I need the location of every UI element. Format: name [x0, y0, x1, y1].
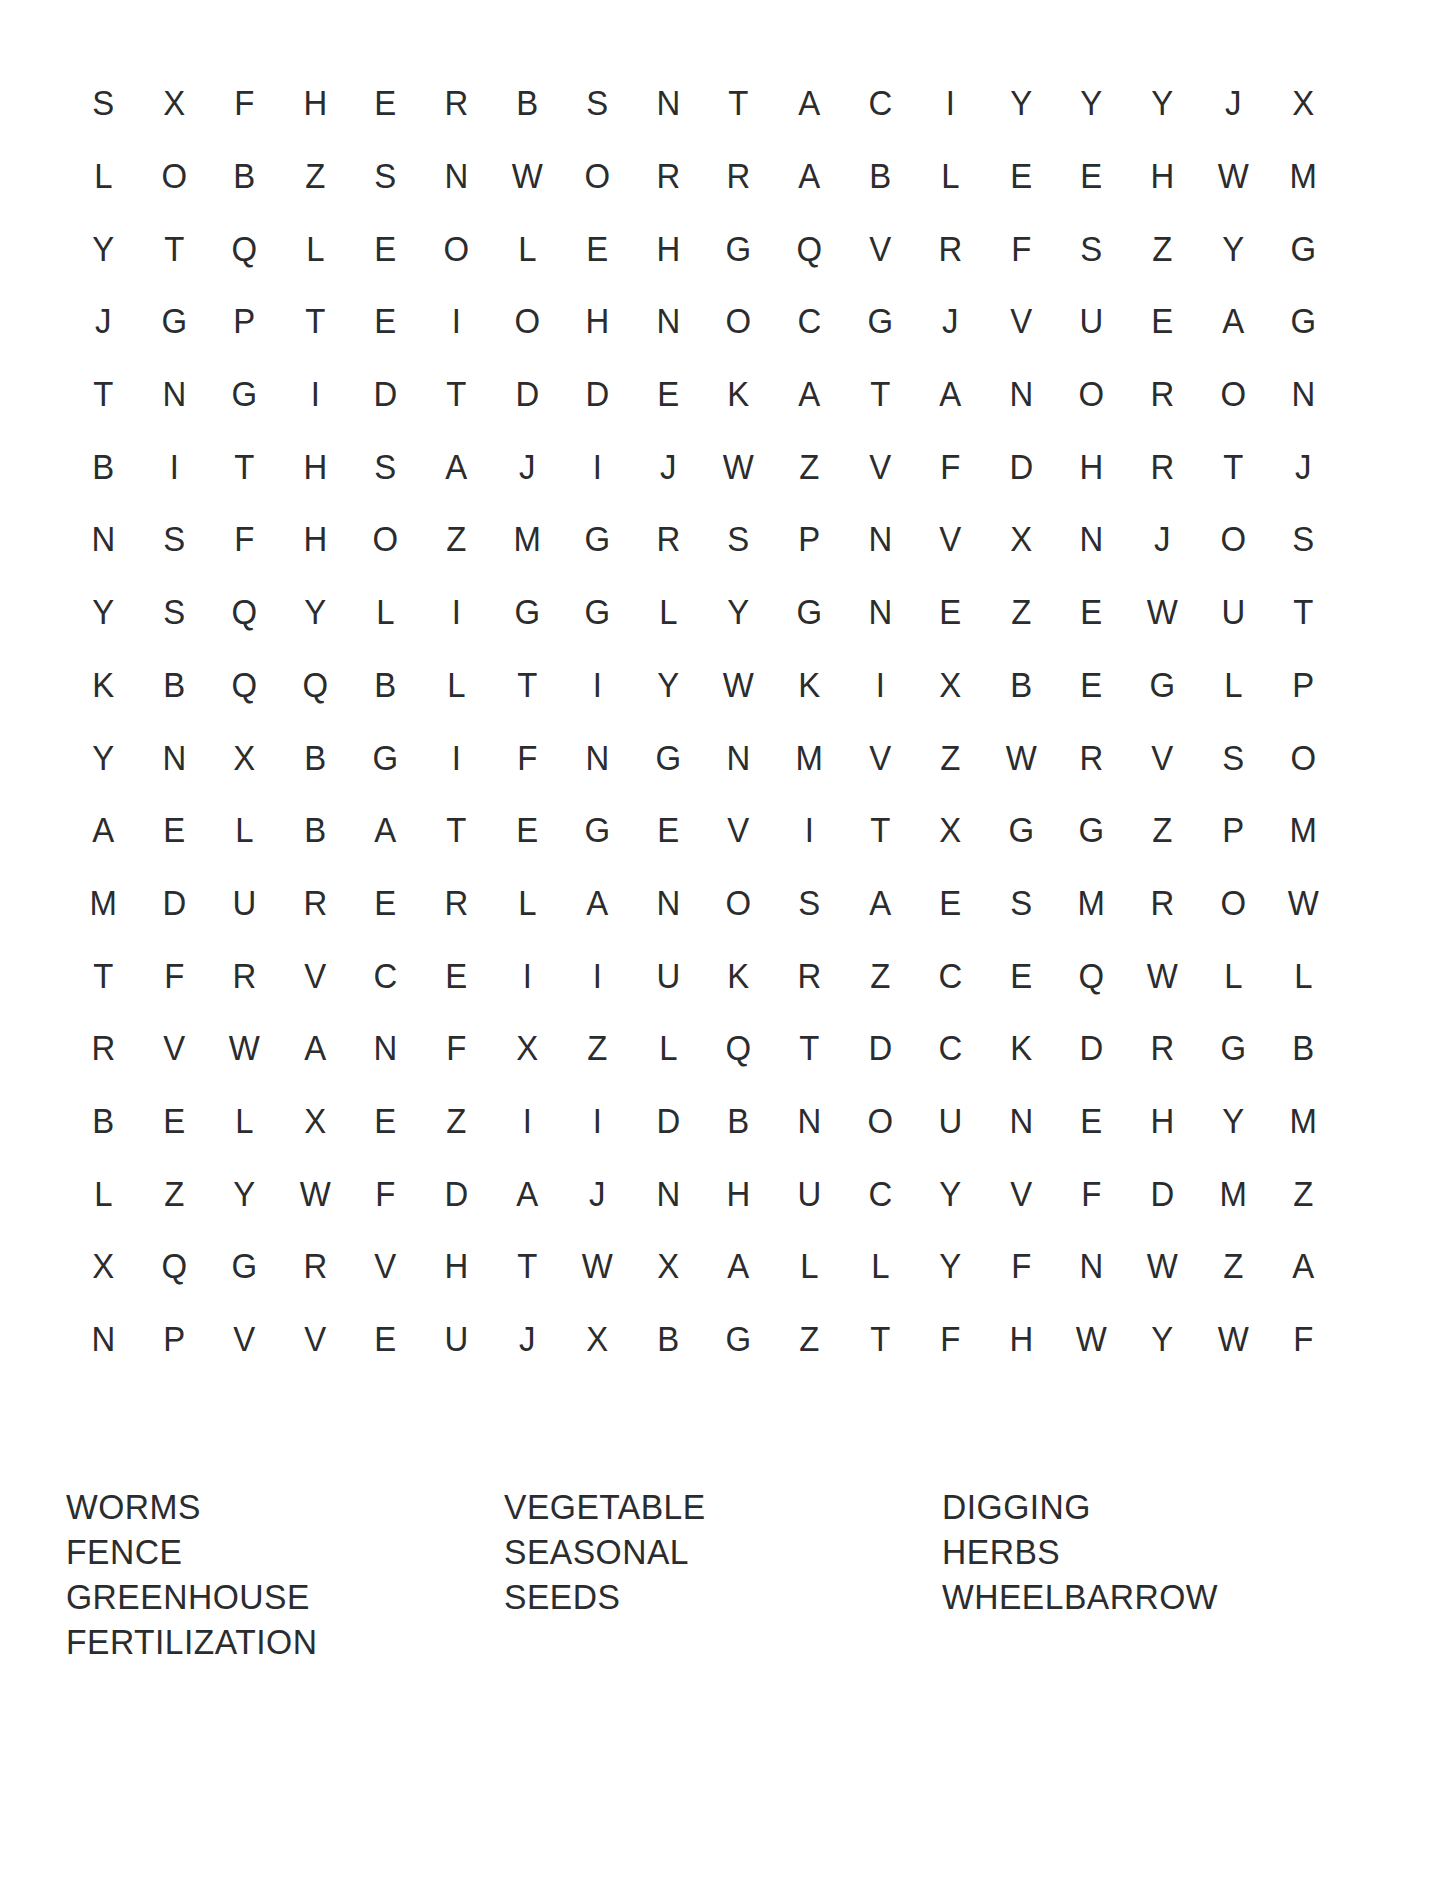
grid-cell[interactable]: T [1200, 430, 1266, 503]
grid-cell[interactable]: N [1058, 503, 1124, 576]
grid-cell[interactable]: O [705, 285, 771, 358]
grid-cell[interactable]: E [352, 212, 418, 285]
grid-cell[interactable]: J [70, 285, 136, 358]
grid-cell[interactable]: B [635, 1303, 701, 1376]
grid-cell[interactable]: T [141, 212, 207, 285]
grid-cell[interactable]: U [211, 867, 277, 940]
grid-cell[interactable]: V [847, 721, 913, 794]
grid-cell[interactable]: L [494, 867, 560, 940]
grid-cell[interactable]: O [1200, 867, 1266, 940]
grid-cell[interactable]: Z [1129, 794, 1195, 867]
grid-cell[interactable]: S [988, 867, 1054, 940]
grid-cell[interactable]: Y [1129, 1303, 1195, 1376]
grid-cell[interactable]: T [847, 358, 913, 431]
grid-cell[interactable]: M [1270, 794, 1336, 867]
grid-cell[interactable]: E [1129, 285, 1195, 358]
grid-cell[interactable]: S [352, 140, 418, 213]
grid-cell[interactable]: V [988, 1157, 1054, 1230]
grid-cell[interactable]: T [70, 939, 136, 1012]
grid-cell[interactable]: D [1129, 1157, 1195, 1230]
grid-cell[interactable]: E [988, 140, 1054, 213]
grid-cell[interactable]: S [1058, 212, 1124, 285]
grid-cell[interactable]: Z [282, 140, 348, 213]
grid-cell[interactable]: E [1058, 140, 1124, 213]
grid-cell[interactable]: X [141, 67, 207, 140]
grid-cell[interactable]: O [423, 212, 489, 285]
grid-cell[interactable]: I [564, 649, 630, 722]
grid-cell[interactable]: X [917, 794, 983, 867]
grid-cell[interactable]: S [141, 576, 207, 649]
grid-cell[interactable]: G [494, 576, 560, 649]
grid-cell[interactable]: E [1058, 576, 1124, 649]
grid-cell[interactable]: W [988, 721, 1054, 794]
grid-cell[interactable]: W [1129, 576, 1195, 649]
grid-cell[interactable]: F [211, 503, 277, 576]
grid-cell[interactable]: C [847, 67, 913, 140]
grid-cell[interactable]: M [1200, 1157, 1266, 1230]
grid-cell[interactable]: W [494, 140, 560, 213]
grid-cell[interactable]: T [1270, 576, 1336, 649]
grid-cell[interactable]: Q [211, 212, 277, 285]
grid-cell[interactable]: G [705, 212, 771, 285]
grid-cell[interactable]: S [705, 503, 771, 576]
grid-cell[interactable]: B [211, 140, 277, 213]
grid-cell[interactable]: X [564, 1303, 630, 1376]
grid-cell[interactable]: J [494, 1303, 560, 1376]
grid-cell[interactable]: D [141, 867, 207, 940]
grid-cell[interactable]: X [494, 1012, 560, 1085]
grid-cell[interactable]: C [917, 1012, 983, 1085]
grid-cell[interactable]: T [494, 649, 560, 722]
grid-cell[interactable]: L [211, 1085, 277, 1158]
grid-cell[interactable]: V [847, 430, 913, 503]
grid-cell[interactable]: K [705, 939, 771, 1012]
grid-cell[interactable]: V [211, 1303, 277, 1376]
grid-cell[interactable]: T [423, 358, 489, 431]
grid-cell[interactable]: G [564, 576, 630, 649]
grid-cell[interactable]: G [1270, 212, 1336, 285]
grid-cell[interactable]: D [988, 430, 1054, 503]
grid-cell[interactable]: Z [141, 1157, 207, 1230]
grid-cell[interactable]: L [1270, 939, 1336, 1012]
grid-cell[interactable]: I [917, 67, 983, 140]
grid-cell[interactable]: R [282, 867, 348, 940]
grid-cell[interactable]: O [705, 867, 771, 940]
grid-cell[interactable]: H [988, 1303, 1054, 1376]
grid-cell[interactable]: H [705, 1157, 771, 1230]
grid-cell[interactable]: Y [70, 212, 136, 285]
grid-cell[interactable]: R [1129, 430, 1195, 503]
grid-cell[interactable]: V [352, 1230, 418, 1303]
grid-cell[interactable]: F [1058, 1157, 1124, 1230]
grid-cell[interactable]: Y [282, 576, 348, 649]
grid-cell[interactable]: X [282, 1085, 348, 1158]
grid-cell[interactable]: B [282, 794, 348, 867]
grid-cell[interactable]: Y [70, 721, 136, 794]
grid-cell[interactable]: E [635, 794, 701, 867]
grid-cell[interactable]: N [1058, 1230, 1124, 1303]
grid-cell[interactable]: W [705, 649, 771, 722]
grid-cell[interactable]: M [1270, 1085, 1336, 1158]
grid-cell[interactable]: R [423, 867, 489, 940]
grid-cell[interactable]: W [1129, 939, 1195, 1012]
grid-cell[interactable]: W [705, 430, 771, 503]
grid-cell[interactable]: A [705, 1230, 771, 1303]
grid-cell[interactable]: D [494, 358, 560, 431]
grid-cell[interactable]: U [423, 1303, 489, 1376]
grid-cell[interactable]: I [423, 721, 489, 794]
grid-cell[interactable]: Z [776, 1303, 842, 1376]
grid-cell[interactable]: J [1129, 503, 1195, 576]
grid-cell[interactable]: G [564, 794, 630, 867]
grid-cell[interactable]: X [70, 1230, 136, 1303]
grid-cell[interactable]: R [282, 1230, 348, 1303]
grid-cell[interactable]: B [1270, 1012, 1336, 1085]
grid-cell[interactable]: D [635, 1085, 701, 1158]
grid-cell[interactable]: U [635, 939, 701, 1012]
grid-cell[interactable]: E [1058, 1085, 1124, 1158]
grid-cell[interactable]: L [1200, 649, 1266, 722]
grid-cell[interactable]: G [211, 1230, 277, 1303]
grid-cell[interactable]: C [847, 1157, 913, 1230]
grid-cell[interactable]: A [1200, 285, 1266, 358]
grid-cell[interactable]: Z [1270, 1157, 1336, 1230]
grid-cell[interactable]: L [635, 1012, 701, 1085]
grid-cell[interactable]: J [1270, 430, 1336, 503]
grid-cell[interactable]: F [1270, 1303, 1336, 1376]
grid-cell[interactable]: Y [988, 67, 1054, 140]
grid-cell[interactable]: K [70, 649, 136, 722]
grid-cell[interactable]: L [917, 140, 983, 213]
grid-cell[interactable]: E [352, 67, 418, 140]
grid-cell[interactable]: S [1200, 721, 1266, 794]
grid-cell[interactable]: Y [917, 1157, 983, 1230]
grid-cell[interactable]: U [1200, 576, 1266, 649]
grid-cell[interactable]: V [917, 503, 983, 576]
grid-cell[interactable]: S [70, 67, 136, 140]
grid-cell[interactable]: L [423, 649, 489, 722]
grid-cell[interactable]: F [352, 1157, 418, 1230]
grid-cell[interactable]: Y [70, 576, 136, 649]
grid-cell[interactable]: T [70, 358, 136, 431]
grid-cell[interactable]: I [564, 939, 630, 1012]
grid-cell[interactable]: L [352, 576, 418, 649]
grid-cell[interactable]: L [211, 794, 277, 867]
grid-cell[interactable]: Z [776, 430, 842, 503]
grid-cell[interactable]: G [988, 794, 1054, 867]
grid-cell[interactable]: J [494, 430, 560, 503]
grid-cell[interactable]: T [282, 285, 348, 358]
grid-cell[interactable]: E [352, 285, 418, 358]
grid-cell[interactable]: G [705, 1303, 771, 1376]
grid-cell[interactable]: Y [1200, 212, 1266, 285]
grid-cell[interactable]: M [1058, 867, 1124, 940]
grid-cell[interactable]: O [1270, 721, 1336, 794]
grid-cell[interactable]: E [423, 939, 489, 1012]
grid-cell[interactable]: S [352, 430, 418, 503]
grid-cell[interactable]: T [494, 1230, 560, 1303]
grid-cell[interactable]: I [564, 430, 630, 503]
grid-cell[interactable]: F [141, 939, 207, 1012]
grid-cell[interactable]: A [70, 794, 136, 867]
grid-cell[interactable]: Z [564, 1012, 630, 1085]
grid-cell[interactable]: O [1200, 358, 1266, 431]
grid-cell[interactable]: T [847, 1303, 913, 1376]
grid-cell[interactable]: B [988, 649, 1054, 722]
grid-cell[interactable]: D [1058, 1012, 1124, 1085]
grid-cell[interactable]: N [635, 867, 701, 940]
grid-cell[interactable]: M [494, 503, 560, 576]
grid-cell[interactable]: I [141, 430, 207, 503]
grid-cell[interactable]: P [1200, 794, 1266, 867]
grid-cell[interactable]: T [847, 794, 913, 867]
grid-cell[interactable]: G [1129, 649, 1195, 722]
grid-cell[interactable]: E [141, 1085, 207, 1158]
grid-cell[interactable]: N [635, 1157, 701, 1230]
grid-cell[interactable]: V [1129, 721, 1195, 794]
grid-cell[interactable]: P [141, 1303, 207, 1376]
grid-cell[interactable]: D [847, 1012, 913, 1085]
grid-cell[interactable]: A [423, 430, 489, 503]
grid-cell[interactable]: N [141, 358, 207, 431]
grid-cell[interactable]: P [776, 503, 842, 576]
grid-cell[interactable]: R [211, 939, 277, 1012]
grid-cell[interactable]: E [141, 794, 207, 867]
grid-cell[interactable]: C [917, 939, 983, 1012]
grid-cell[interactable]: A [917, 358, 983, 431]
grid-cell[interactable]: S [564, 67, 630, 140]
grid-cell[interactable]: N [847, 576, 913, 649]
grid-cell[interactable]: G [564, 503, 630, 576]
grid-cell[interactable]: L [70, 140, 136, 213]
grid-cell[interactable]: R [1129, 1012, 1195, 1085]
grid-cell[interactable]: K [988, 1012, 1054, 1085]
grid-cell[interactable]: O [1200, 503, 1266, 576]
grid-cell[interactable]: N [352, 1012, 418, 1085]
grid-cell[interactable]: D [423, 1157, 489, 1230]
grid-cell[interactable]: S [1270, 503, 1336, 576]
grid-cell[interactable]: H [282, 430, 348, 503]
grid-cell[interactable]: Q [282, 649, 348, 722]
grid-cell[interactable]: J [635, 430, 701, 503]
grid-cell[interactable]: Y [1129, 67, 1195, 140]
grid-cell[interactable]: E [494, 794, 560, 867]
grid-cell[interactable]: R [635, 140, 701, 213]
grid-cell[interactable]: L [494, 212, 560, 285]
grid-cell[interactable]: N [423, 140, 489, 213]
grid-cell[interactable]: Y [917, 1230, 983, 1303]
grid-cell[interactable]: H [1058, 430, 1124, 503]
grid-cell[interactable]: R [70, 1012, 136, 1085]
grid-cell[interactable]: X [917, 649, 983, 722]
grid-cell[interactable]: E [352, 1085, 418, 1158]
grid-cell[interactable]: O [1058, 358, 1124, 431]
grid-cell[interactable]: U [1058, 285, 1124, 358]
grid-cell[interactable]: N [635, 67, 701, 140]
grid-cell[interactable]: K [776, 649, 842, 722]
grid-cell[interactable]: Y [1200, 1085, 1266, 1158]
grid-cell[interactable]: R [917, 212, 983, 285]
grid-cell[interactable]: A [564, 867, 630, 940]
grid-cell[interactable]: Z [917, 721, 983, 794]
grid-cell[interactable]: R [776, 939, 842, 1012]
grid-cell[interactable]: E [988, 939, 1054, 1012]
grid-cell[interactable]: F [917, 430, 983, 503]
grid-cell[interactable]: E [917, 867, 983, 940]
grid-cell[interactable]: B [705, 1085, 771, 1158]
grid-cell[interactable]: A [776, 358, 842, 431]
grid-cell[interactable]: I [494, 939, 560, 1012]
grid-cell[interactable]: M [776, 721, 842, 794]
grid-cell[interactable]: V [705, 794, 771, 867]
grid-cell[interactable]: E [1058, 649, 1124, 722]
grid-cell[interactable]: M [70, 867, 136, 940]
grid-cell[interactable]: J [564, 1157, 630, 1230]
grid-cell[interactable]: F [988, 212, 1054, 285]
grid-cell[interactable]: V [847, 212, 913, 285]
grid-cell[interactable]: L [282, 212, 348, 285]
grid-cell[interactable]: Y [705, 576, 771, 649]
grid-cell[interactable]: Y [211, 1157, 277, 1230]
grid-cell[interactable]: Q [141, 1230, 207, 1303]
grid-cell[interactable]: W [1200, 140, 1266, 213]
grid-cell[interactable]: Q [705, 1012, 771, 1085]
grid-cell[interactable]: L [1200, 939, 1266, 1012]
grid-cell[interactable]: G [1058, 794, 1124, 867]
grid-cell[interactable]: Q [1058, 939, 1124, 1012]
grid-cell[interactable]: L [70, 1157, 136, 1230]
grid-cell[interactable]: L [776, 1230, 842, 1303]
grid-cell[interactable]: U [917, 1085, 983, 1158]
grid-cell[interactable]: W [1058, 1303, 1124, 1376]
grid-cell[interactable]: Q [776, 212, 842, 285]
grid-cell[interactable]: W [564, 1230, 630, 1303]
grid-cell[interactable]: N [564, 721, 630, 794]
grid-cell[interactable]: I [847, 649, 913, 722]
grid-cell[interactable]: A [776, 67, 842, 140]
grid-cell[interactable]: R [423, 67, 489, 140]
grid-cell[interactable]: V [282, 1303, 348, 1376]
grid-cell[interactable]: I [494, 1085, 560, 1158]
grid-cell[interactable]: I [423, 576, 489, 649]
grid-cell[interactable]: N [70, 1303, 136, 1376]
grid-cell[interactable]: D [564, 358, 630, 431]
grid-cell[interactable]: F [211, 67, 277, 140]
grid-cell[interactable]: M [1270, 140, 1336, 213]
grid-cell[interactable]: V [141, 1012, 207, 1085]
grid-cell[interactable]: E [352, 1303, 418, 1376]
grid-cell[interactable]: N [776, 1085, 842, 1158]
grid-cell[interactable]: I [776, 794, 842, 867]
grid-cell[interactable]: R [1129, 867, 1195, 940]
grid-cell[interactable]: O [352, 503, 418, 576]
grid-cell[interactable]: G [141, 285, 207, 358]
grid-cell[interactable]: R [705, 140, 771, 213]
grid-cell[interactable]: A [352, 794, 418, 867]
grid-cell[interactable]: K [705, 358, 771, 431]
grid-cell[interactable]: L [847, 1230, 913, 1303]
grid-cell[interactable]: R [1058, 721, 1124, 794]
grid-cell[interactable]: T [211, 430, 277, 503]
grid-cell[interactable]: B [847, 140, 913, 213]
grid-cell[interactable]: H [1129, 1085, 1195, 1158]
grid-cell[interactable]: F [917, 1303, 983, 1376]
grid-cell[interactable]: E [564, 212, 630, 285]
grid-cell[interactable]: N [988, 1085, 1054, 1158]
grid-cell[interactable]: Z [423, 1085, 489, 1158]
grid-cell[interactable]: N [70, 503, 136, 576]
grid-cell[interactable]: C [776, 285, 842, 358]
grid-cell[interactable]: B [141, 649, 207, 722]
grid-cell[interactable]: Z [423, 503, 489, 576]
grid-cell[interactable]: O [141, 140, 207, 213]
grid-cell[interactable]: Q [211, 649, 277, 722]
grid-cell[interactable]: A [282, 1012, 348, 1085]
grid-cell[interactable]: P [1270, 649, 1336, 722]
grid-cell[interactable]: N [141, 721, 207, 794]
grid-cell[interactable]: U [776, 1157, 842, 1230]
grid-cell[interactable]: A [1270, 1230, 1336, 1303]
grid-cell[interactable]: V [988, 285, 1054, 358]
grid-cell[interactable]: Z [847, 939, 913, 1012]
grid-cell[interactable]: X [1270, 67, 1336, 140]
grid-cell[interactable]: N [705, 721, 771, 794]
grid-cell[interactable]: N [1270, 358, 1336, 431]
grid-cell[interactable]: N [988, 358, 1054, 431]
grid-cell[interactable]: Y [1058, 67, 1124, 140]
grid-cell[interactable]: G [847, 285, 913, 358]
grid-cell[interactable]: W [282, 1157, 348, 1230]
grid-cell[interactable]: G [211, 358, 277, 431]
grid-cell[interactable]: H [282, 67, 348, 140]
grid-cell[interactable]: A [847, 867, 913, 940]
grid-cell[interactable]: I [564, 1085, 630, 1158]
grid-cell[interactable]: Z [1200, 1230, 1266, 1303]
grid-cell[interactable]: Z [988, 576, 1054, 649]
grid-cell[interactable]: B [282, 721, 348, 794]
grid-cell[interactable]: G [1200, 1012, 1266, 1085]
grid-cell[interactable]: W [1129, 1230, 1195, 1303]
grid-cell[interactable]: I [282, 358, 348, 431]
grid-cell[interactable]: V [282, 939, 348, 1012]
grid-cell[interactable]: X [211, 721, 277, 794]
grid-cell[interactable]: G [1270, 285, 1336, 358]
grid-cell[interactable]: G [635, 721, 701, 794]
grid-cell[interactable]: H [1129, 140, 1195, 213]
grid-cell[interactable]: F [494, 721, 560, 794]
grid-cell[interactable]: W [1270, 867, 1336, 940]
grid-cell[interactable]: X [988, 503, 1054, 576]
grid-cell[interactable]: B [494, 67, 560, 140]
grid-cell[interactable]: N [635, 285, 701, 358]
grid-cell[interactable]: B [70, 430, 136, 503]
grid-cell[interactable]: D [352, 358, 418, 431]
grid-cell[interactable]: G [352, 721, 418, 794]
grid-cell[interactable]: S [141, 503, 207, 576]
grid-cell[interactable]: C [352, 939, 418, 1012]
grid-cell[interactable]: G [776, 576, 842, 649]
grid-cell[interactable]: H [423, 1230, 489, 1303]
grid-cell[interactable]: A [776, 140, 842, 213]
grid-cell[interactable]: S [776, 867, 842, 940]
grid-cell[interactable]: H [564, 285, 630, 358]
grid-cell[interactable]: R [635, 503, 701, 576]
grid-cell[interactable]: Y [635, 649, 701, 722]
grid-cell[interactable]: T [423, 794, 489, 867]
grid-cell[interactable]: Q [211, 576, 277, 649]
grid-cell[interactable]: N [847, 503, 913, 576]
grid-cell[interactable]: H [282, 503, 348, 576]
